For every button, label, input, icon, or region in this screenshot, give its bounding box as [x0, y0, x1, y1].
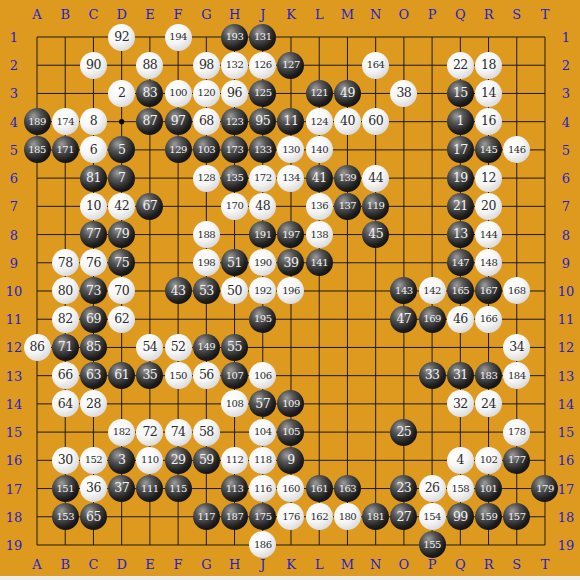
go-stone[interactable]: 110 [136, 447, 163, 474]
coord-label: 15 [6, 425, 23, 440]
coord-label: 6 [10, 171, 18, 186]
stone-move-number: 32 [453, 398, 468, 411]
go-stone[interactable]: 76 [80, 249, 107, 276]
go-stone[interactable]: 12 [475, 165, 502, 192]
go-stone[interactable]: 134 [277, 165, 304, 192]
stone-move-number: 159 [480, 512, 498, 522]
go-stone[interactable]: 112 [221, 447, 248, 474]
stone-move-number: 190 [254, 258, 272, 268]
go-stone[interactable]: 153 [52, 503, 79, 530]
go-stone[interactable]: 55 [221, 334, 248, 361]
coord-label: 11 [6, 312, 23, 327]
coord-label: L [315, 7, 324, 22]
go-stone[interactable]: 18 [475, 52, 502, 79]
coord-label: N [370, 7, 381, 22]
stone-move-number: 166 [480, 314, 498, 324]
stone-move-number: 33 [425, 369, 440, 382]
go-stone[interactable]: 158 [447, 475, 474, 502]
go-stone[interactable]: 169 [419, 306, 446, 333]
coord-label: 18 [558, 509, 575, 524]
stone-move-number: 103 [198, 145, 216, 155]
stone-move-number: 17 [453, 144, 468, 157]
stone-move-number: 167 [480, 286, 498, 296]
go-stone[interactable]: 79 [108, 221, 135, 248]
stone-move-number: 136 [310, 201, 328, 211]
go-stone[interactable]: 26 [419, 475, 446, 502]
go-stone[interactable]: 36 [80, 475, 107, 502]
coord-label: E [145, 7, 155, 22]
go-stone[interactable]: 139 [334, 165, 361, 192]
go-stone[interactable]: 43 [165, 277, 192, 304]
go-stone[interactable]: 52 [165, 334, 192, 361]
stone-move-number: 107 [226, 371, 244, 381]
stone-move-number: 86 [30, 341, 45, 354]
stone-move-number: 163 [339, 484, 357, 494]
go-stone[interactable]: 82 [52, 306, 79, 333]
go-stone[interactable]: 97 [165, 108, 192, 135]
go-stone[interactable]: 103 [193, 136, 220, 163]
coord-label: N [370, 557, 381, 572]
go-stone[interactable]: 14 [475, 80, 502, 107]
coord-label: O [399, 557, 410, 572]
go-stone[interactable]: 137 [334, 193, 361, 220]
go-stone[interactable]: 29 [165, 447, 192, 474]
coord-label: H [229, 7, 240, 22]
stone-move-number: 133 [254, 145, 272, 155]
go-stone[interactable]: 30 [52, 447, 79, 474]
stone-move-number: 119 [367, 201, 385, 211]
coord-label: 9 [10, 255, 18, 270]
coord-label: 18 [6, 509, 23, 524]
stone-move-number: 43 [171, 285, 186, 298]
go-stone[interactable]: 163 [334, 475, 361, 502]
go-stone[interactable]: 64 [52, 390, 79, 417]
coord-label: 3 [10, 86, 18, 101]
go-stone[interactable]: 66 [52, 362, 79, 389]
coord-label: D [116, 7, 126, 22]
go-stone[interactable]: 198 [193, 249, 220, 276]
go-stone[interactable]: 88 [136, 52, 163, 79]
go-stone[interactable]: 151 [52, 475, 79, 502]
coord-label: S [512, 7, 521, 22]
go-stone[interactable]: 68 [193, 108, 220, 135]
stone-move-number: 111 [141, 484, 159, 494]
go-stone[interactable]: 189 [24, 108, 51, 135]
stone-move-number: 90 [86, 59, 101, 72]
stone-move-number: 72 [142, 426, 157, 439]
go-stone[interactable]: 25 [390, 419, 417, 446]
go-stone[interactable]: 100 [165, 80, 192, 107]
go-stone[interactable]: 138 [306, 221, 333, 248]
go-stone[interactable]: 185 [24, 136, 51, 163]
stone-move-number: 183 [480, 371, 498, 381]
stone-move-number: 118 [254, 455, 272, 465]
coord-label: Q [455, 7, 466, 22]
go-stone[interactable]: 149 [193, 334, 220, 361]
go-stone[interactable]: 182 [108, 419, 135, 446]
stone-move-number: 144 [480, 230, 498, 240]
coord-label: T [541, 557, 550, 572]
go-stone[interactable]: 65 [80, 503, 107, 530]
stone-move-number: 179 [536, 484, 554, 494]
go-stone[interactable]: 67 [136, 193, 163, 220]
go-stone[interactable]: 104 [249, 419, 276, 446]
stone-move-number: 123 [226, 117, 244, 127]
stone-move-number: 195 [254, 314, 272, 324]
stone-move-number: 181 [367, 512, 385, 522]
go-stone[interactable]: 34 [503, 334, 530, 361]
stone-move-number: 19 [453, 172, 468, 185]
stone-move-number: 116 [254, 484, 272, 494]
go-stone[interactable]: 13 [447, 221, 474, 248]
go-stone[interactable]: 166 [475, 306, 502, 333]
stone-move-number: 175 [254, 512, 272, 522]
stone-move-number: 154 [423, 512, 441, 522]
stone-move-number: 27 [396, 511, 411, 524]
stone-move-number: 4 [457, 454, 464, 467]
stone-move-number: 5 [118, 144, 125, 157]
stone-move-number: 49 [340, 87, 355, 100]
stone-move-number: 3 [118, 454, 125, 467]
go-stone[interactable]: 33 [419, 362, 446, 389]
go-stone[interactable]: 46 [447, 306, 474, 333]
go-stone[interactable]: 164 [362, 52, 389, 79]
coord-label: 13 [558, 368, 575, 383]
stone-move-number: 74 [171, 426, 186, 439]
coord-label: 10 [558, 283, 575, 298]
go-stone[interactable]: 15 [447, 80, 474, 107]
go-stone[interactable]: 44 [362, 165, 389, 192]
stone-move-number: 117 [198, 512, 216, 522]
go-stone[interactable]: 59 [193, 447, 220, 474]
stone-move-number: 29 [171, 454, 186, 467]
stone-move-number: 44 [368, 172, 383, 185]
go-stone[interactable]: 48 [249, 193, 276, 220]
go-stone[interactable]: 62 [108, 306, 135, 333]
go-stone[interactable]: 194 [165, 24, 192, 51]
go-stone[interactable]: 96 [221, 80, 248, 107]
stone-move-number: 80 [58, 285, 73, 298]
stone-move-number: 146 [508, 145, 526, 155]
stone-move-number: 110 [141, 455, 159, 465]
go-stone[interactable]: 177 [503, 447, 530, 474]
stone-move-number: 71 [58, 341, 73, 354]
stone-move-number: 65 [86, 511, 101, 524]
go-stone[interactable]: 105 [277, 419, 304, 446]
stone-move-number: 99 [453, 511, 468, 524]
go-stone[interactable]: 47 [390, 306, 417, 333]
coord-label: 8 [562, 227, 570, 242]
go-stone[interactable]: 170 [221, 193, 248, 220]
go-stone[interactable]: 81 [80, 165, 107, 192]
stone-move-number: 164 [367, 60, 385, 70]
go-stone[interactable]: 4 [447, 447, 474, 474]
go-stone[interactable]: 174 [52, 108, 79, 135]
go-stone[interactable]: 21 [447, 193, 474, 220]
stone-move-number: 147 [452, 258, 470, 268]
stone-move-number: 82 [58, 313, 73, 326]
go-stone[interactable]: 78 [52, 249, 79, 276]
stone-move-number: 61 [114, 369, 129, 382]
coord-label: D [116, 557, 126, 572]
bottom-strip [0, 576, 580, 580]
go-stone[interactable]: 155 [419, 531, 446, 558]
stone-move-number: 135 [226, 173, 244, 183]
coord-label: 3 [562, 86, 570, 101]
coord-label: 12 [6, 340, 23, 355]
go-stone[interactable]: 162 [306, 503, 333, 530]
stone-move-number: 113 [226, 484, 244, 494]
coord-label: 7 [562, 199, 570, 214]
stone-move-number: 60 [368, 115, 383, 128]
stone-move-number: 59 [199, 454, 214, 467]
stone-move-number: 92 [114, 31, 129, 44]
go-stone[interactable]: 172 [249, 165, 276, 192]
go-stone[interactable]: 98 [193, 52, 220, 79]
go-stone[interactable]: 195 [249, 306, 276, 333]
coord-label: G [201, 557, 211, 572]
stone-move-number: 169 [423, 314, 441, 324]
go-stone[interactable]: 161 [306, 475, 333, 502]
stone-move-number: 101 [480, 484, 498, 494]
coord-label: 2 [10, 58, 18, 73]
coord-label: 11 [558, 312, 575, 327]
coord-label: A [32, 7, 41, 22]
stone-move-number: 157 [508, 512, 526, 522]
go-stone[interactable]: 45 [362, 221, 389, 248]
stone-move-number: 196 [282, 286, 300, 296]
stone-move-number: 143 [395, 286, 413, 296]
stone-move-number: 162 [310, 512, 328, 522]
coord-label: F [174, 557, 183, 572]
coord-label: 15 [558, 425, 575, 440]
stone-move-number: 153 [56, 512, 74, 522]
stone-move-number: 2 [118, 87, 125, 100]
stone-move-number: 188 [198, 230, 216, 240]
stone-move-number: 81 [86, 172, 101, 185]
go-stone[interactable]: 142 [419, 277, 446, 304]
stone-move-number: 150 [169, 371, 187, 381]
go-stone[interactable]: 183 [475, 362, 502, 389]
go-stone[interactable]: 135 [221, 165, 248, 192]
go-stone[interactable]: 1 [447, 108, 474, 135]
go-stone[interactable]: 119 [362, 193, 389, 220]
go-board: ABCDEFGHJKLMNOPQRST ABCDEFGHJKLMNOPQRST … [0, 0, 580, 580]
stone-move-number: 67 [142, 200, 157, 213]
coord-label: P [428, 557, 437, 572]
stone-move-number: 20 [481, 200, 496, 213]
stone-move-number: 165 [452, 286, 470, 296]
go-stone[interactable]: 20 [475, 193, 502, 220]
coord-label: 7 [10, 199, 18, 214]
stone-move-number: 54 [142, 341, 157, 354]
coord-label: 6 [562, 171, 570, 186]
stone-move-number: 7 [118, 172, 125, 185]
stone-move-number: 38 [396, 87, 411, 100]
go-stone[interactable]: 180 [334, 503, 361, 530]
coord-label: 8 [10, 227, 18, 242]
coord-label: M [341, 557, 354, 572]
stone-move-number: 155 [423, 540, 441, 550]
go-stone[interactable]: 85 [80, 334, 107, 361]
go-stone[interactable]: 71 [52, 334, 79, 361]
go-stone[interactable]: 171 [52, 136, 79, 163]
go-stone[interactable]: 178 [503, 419, 530, 446]
go-stone[interactable]: 113 [221, 475, 248, 502]
stone-move-number: 149 [198, 342, 216, 352]
coord-label: P [428, 7, 437, 22]
go-stone[interactable]: 128 [193, 165, 220, 192]
go-stone[interactable]: 41 [306, 165, 333, 192]
go-stone[interactable]: 131 [249, 24, 276, 51]
go-stone[interactable]: 120 [193, 80, 220, 107]
go-stone[interactable]: 118 [249, 447, 276, 474]
go-stone[interactable]: 32 [447, 390, 474, 417]
go-stone[interactable]: 17 [447, 136, 474, 163]
stone-move-number: 109 [282, 399, 300, 409]
go-stone[interactable]: 117 [193, 503, 220, 530]
stone-move-number: 52 [171, 341, 186, 354]
stone-move-number: 41 [312, 172, 327, 185]
go-stone[interactable]: 115 [165, 475, 192, 502]
go-stone[interactable]: 72 [136, 419, 163, 446]
stone-move-number: 15 [453, 87, 468, 100]
go-stone[interactable]: 126 [249, 52, 276, 79]
coord-label: S [512, 557, 521, 572]
go-stone[interactable]: 125 [249, 80, 276, 107]
coord-label: K [286, 7, 296, 22]
go-stone[interactable]: 124 [306, 108, 333, 135]
stone-move-number: 127 [282, 60, 300, 70]
stone-move-number: 187 [226, 512, 244, 522]
go-stone[interactable]: 101 [475, 475, 502, 502]
coord-label: B [60, 557, 70, 572]
go-stone[interactable]: 31 [447, 362, 474, 389]
stone-move-number: 197 [282, 230, 300, 240]
go-stone[interactable]: 42 [108, 193, 135, 220]
go-stone[interactable]: 123 [221, 108, 248, 135]
go-stone[interactable]: 132 [221, 52, 248, 79]
go-stone[interactable]: 136 [306, 193, 333, 220]
coord-label: K [286, 557, 296, 572]
stone-move-number: 16 [481, 115, 496, 128]
stone-move-number: 76 [86, 257, 101, 270]
go-stone[interactable]: 144 [475, 221, 502, 248]
go-stone[interactable]: 7 [108, 165, 135, 192]
stone-move-number: 75 [114, 257, 129, 270]
stone-move-number: 129 [169, 145, 187, 155]
coord-label: 13 [6, 368, 23, 383]
go-stone[interactable]: 140 [306, 136, 333, 163]
go-stone[interactable]: 40 [334, 108, 361, 135]
go-stone[interactable]: 19 [447, 165, 474, 192]
go-stone[interactable]: 2 [108, 80, 135, 107]
go-stone[interactable]: 150 [165, 362, 192, 389]
stone-move-number: 98 [199, 59, 214, 72]
stone-move-number: 112 [226, 455, 244, 465]
go-stone[interactable]: 129 [165, 136, 192, 163]
go-stone[interactable]: 56 [193, 362, 220, 389]
stone-move-number: 26 [425, 482, 440, 495]
coord-label: 5 [10, 142, 18, 157]
stone-move-number: 83 [142, 87, 157, 100]
go-stone[interactable]: 63 [80, 362, 107, 389]
coord-label: L [315, 557, 324, 572]
coord-label: C [88, 7, 98, 22]
go-stone[interactable]: 86 [24, 334, 51, 361]
stone-move-number: 191 [254, 230, 272, 240]
stone-move-number: 9 [287, 454, 294, 467]
go-stone[interactable]: 10 [80, 193, 107, 220]
stone-move-number: 142 [423, 286, 441, 296]
stone-move-number: 121 [310, 88, 328, 98]
stone-move-number: 184 [508, 371, 526, 381]
go-stone[interactable]: 92 [108, 24, 135, 51]
coord-label: C [88, 557, 98, 572]
go-stone[interactable]: 121 [306, 80, 333, 107]
go-stone[interactable]: 99 [447, 503, 474, 530]
coord-label: G [201, 7, 211, 22]
stone-move-number: 25 [396, 426, 411, 439]
coord-label: 4 [10, 114, 18, 129]
go-stone[interactable]: 49 [334, 80, 361, 107]
go-stone[interactable]: 193 [221, 24, 248, 51]
go-stone[interactable]: 22 [447, 52, 474, 79]
stone-move-number: 68 [199, 115, 214, 128]
go-stone[interactable]: 188 [193, 221, 220, 248]
stone-move-number: 185 [28, 145, 46, 155]
stone-move-number: 108 [226, 399, 244, 409]
stone-move-number: 66 [58, 369, 73, 382]
stone-move-number: 42 [114, 200, 129, 213]
go-stone[interactable]: 152 [80, 447, 107, 474]
go-stone[interactable]: 147 [447, 249, 474, 276]
stone-move-number: 161 [310, 484, 328, 494]
go-stone[interactable]: 154 [419, 503, 446, 530]
go-stone[interactable]: 141 [306, 249, 333, 276]
go-stone[interactable]: 90 [80, 52, 107, 79]
stone-move-number: 48 [255, 200, 270, 213]
stone-move-number: 69 [86, 313, 101, 326]
go-stone[interactable]: 69 [80, 306, 107, 333]
stone-move-number: 88 [142, 59, 157, 72]
go-stone[interactable]: 77 [80, 221, 107, 248]
go-stone[interactable]: 58 [193, 419, 220, 446]
stone-move-number: 22 [453, 59, 468, 72]
go-stone[interactable]: 3 [108, 447, 135, 474]
stone-move-number: 180 [339, 512, 357, 522]
go-stone[interactable]: 102 [475, 447, 502, 474]
stone-move-number: 131 [254, 32, 272, 42]
stone-move-number: 186 [254, 540, 272, 550]
coord-label: Q [455, 557, 466, 572]
go-stone[interactable]: 16 [475, 108, 502, 135]
coord-label: 10 [6, 283, 23, 298]
coord-label: 1 [562, 30, 570, 45]
hoshi-point [119, 119, 124, 124]
stone-move-number: 168 [508, 286, 526, 296]
stone-move-number: 115 [169, 484, 187, 494]
stone-move-number: 47 [396, 313, 411, 326]
coord-label: 17 [558, 481, 575, 496]
go-stone[interactable]: 107 [221, 362, 248, 389]
go-stone[interactable]: 37 [108, 475, 135, 502]
go-stone[interactable]: 8 [80, 108, 107, 135]
stone-move-number: 45 [368, 228, 383, 241]
coord-label: 19 [6, 537, 23, 552]
coord-label: B [60, 7, 70, 22]
go-stone[interactable]: 74 [165, 419, 192, 446]
